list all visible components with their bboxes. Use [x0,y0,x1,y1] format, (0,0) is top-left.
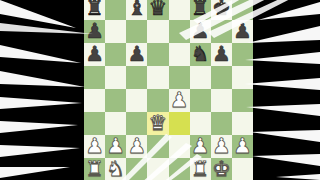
square-a6[interactable]: ♟ [84,43,105,66]
square-g5[interactable] [211,66,232,89]
square-a8[interactable]: ♜ [84,0,105,20]
square-h4[interactable] [232,89,253,112]
speed-line-icon [244,78,320,90]
piece-black-pawn[interactable]: ♟ [212,44,231,65]
piece-black-rook[interactable]: ♜ [191,0,210,19]
square-b5[interactable] [105,66,126,89]
square-d5[interactable] [147,66,168,89]
piece-black-queen[interactable]: ♛ [149,0,168,19]
square-d6[interactable] [147,43,168,66]
square-h7[interactable]: ♟ [232,20,253,43]
square-c1[interactable] [126,158,147,180]
square-h5[interactable] [232,66,253,89]
square-b4[interactable] [105,89,126,112]
square-e2[interactable] [169,135,190,158]
square-h1[interactable] [232,158,253,180]
square-a2[interactable]: ♟ [84,135,105,158]
speed-line-icon [0,97,82,109]
piece-white-rook[interactable]: ♜ [191,159,210,180]
chess-board: ♜♝♛♜♚♟♟♟♟♟♞♟♟♛♟♟♟♟♟♟♜♞♜♚ [84,0,253,180]
square-d1[interactable] [147,158,168,180]
square-a7[interactable]: ♟ [84,20,105,43]
speed-line-icon [0,45,81,63]
square-h6[interactable] [232,43,253,66]
square-e3[interactable] [169,112,190,135]
square-g1[interactable]: ♚ [211,158,232,180]
square-g4[interactable] [211,89,232,112]
piece-white-pawn[interactable]: ♟ [233,136,252,157]
speed-line-icon [252,154,320,166]
square-d3[interactable]: ♛ [147,112,168,135]
square-c4[interactable] [126,89,147,112]
speed-line-icon [0,145,80,157]
piece-black-pawn[interactable]: ♟ [233,21,252,42]
square-f2[interactable]: ♟ [190,135,211,158]
square-h3[interactable] [232,112,253,135]
square-e4[interactable]: ♟ [169,89,190,112]
piece-white-pawn[interactable]: ♟ [85,136,104,157]
square-f1[interactable]: ♜ [190,158,211,180]
square-f8[interactable]: ♜ [190,0,211,20]
speed-line-icon [0,121,78,133]
piece-black-rook[interactable]: ♜ [85,0,104,19]
square-a5[interactable] [84,66,105,89]
square-f6[interactable]: ♞ [190,43,211,66]
speed-line-icon [258,2,320,20]
square-e1[interactable] [169,158,190,180]
square-a1[interactable]: ♜ [84,158,105,180]
square-a3[interactable] [84,112,105,135]
square-f5[interactable] [190,66,211,89]
square-b3[interactable] [105,112,126,135]
square-f4[interactable] [190,89,211,112]
square-g2[interactable]: ♟ [211,135,232,158]
speed-line-icon [0,0,76,28]
piece-black-king[interactable]: ♚ [212,0,231,19]
square-h8[interactable] [232,0,253,20]
piece-black-pawn[interactable]: ♟ [85,44,104,65]
square-e8[interactable] [169,0,190,20]
square-f7[interactable]: ♟ [190,20,211,43]
square-d2[interactable] [147,135,168,158]
piece-black-bishop[interactable]: ♝ [127,0,146,19]
piece-white-king[interactable]: ♚ [212,159,231,180]
piece-white-pawn[interactable]: ♟ [127,136,146,157]
square-g6[interactable]: ♟ [211,43,232,66]
square-g7[interactable] [211,20,232,43]
square-c2[interactable]: ♟ [126,135,147,158]
square-e6[interactable] [169,43,190,66]
square-c3[interactable] [126,112,147,135]
piece-white-pawn[interactable]: ♟ [106,136,125,157]
speed-line-icon [276,174,320,180]
square-b2[interactable]: ♟ [105,135,126,158]
square-b7[interactable] [105,20,126,43]
speed-line-icon [247,26,320,43]
piece-white-pawn[interactable]: ♟ [170,90,189,111]
speed-line-icon [250,130,320,142]
square-g8[interactable]: ♚ [211,0,232,20]
speed-line-icon [0,71,85,87]
piece-white-knight[interactable]: ♞ [106,159,125,180]
piece-black-pawn[interactable]: ♟ [127,44,146,65]
square-g3[interactable] [211,112,232,135]
square-h2[interactable]: ♟ [232,135,253,158]
thumbnail-scene: ♜♝♛♜♚♟♟♟♟♟♞♟♟♛♟♟♟♟♟♟♜♞♜♚ [0,0,320,180]
piece-black-knight[interactable]: ♞ [191,44,210,65]
square-c8[interactable]: ♝ [126,0,147,20]
square-c6[interactable]: ♟ [126,43,147,66]
square-f3[interactable] [190,112,211,135]
piece-white-rook[interactable]: ♜ [85,159,104,180]
square-b8[interactable] [105,0,126,20]
speed-line-icon [0,23,93,34]
square-c7[interactable] [126,20,147,43]
piece-white-pawn[interactable]: ♟ [212,136,231,157]
square-d7[interactable] [147,20,168,43]
square-b6[interactable] [105,43,126,66]
piece-black-pawn[interactable]: ♟ [85,21,104,42]
piece-white-pawn[interactable]: ♟ [191,136,210,157]
square-e7[interactable] [169,20,190,43]
square-e5[interactable] [169,66,190,89]
speed-line-icon [246,104,320,116]
square-c5[interactable] [126,66,147,89]
square-a4[interactable] [84,89,105,112]
piece-black-pawn[interactable]: ♟ [191,21,210,42]
piece-white-queen[interactable]: ♛ [149,113,168,134]
speed-line-icon [0,167,70,178]
square-b1[interactable]: ♞ [105,158,126,180]
square-d8[interactable]: ♛ [147,0,168,20]
square-d4[interactable] [147,89,168,112]
speed-line-icon [245,52,320,64]
